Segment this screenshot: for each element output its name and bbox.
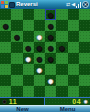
board: ●●●●●●●●●●●●●●● xyxy=(0,9,90,97)
volume-icon: ◀ xyxy=(71,0,75,9)
board-cell-d3[interactable]: ● xyxy=(34,31,45,42)
app-icon xyxy=(9,2,15,8)
board-cell-a6[interactable] xyxy=(0,64,11,75)
connectivity-icon: ⇄ xyxy=(66,0,70,9)
board-cell-c7[interactable] xyxy=(23,75,34,86)
softkey-bar: New Menu xyxy=(0,105,90,112)
board-cell-b2[interactable] xyxy=(11,20,22,31)
board-cell-e5[interactable]: ● xyxy=(45,53,56,64)
disc-black: ● xyxy=(36,42,43,53)
board-cell-h7[interactable] xyxy=(79,75,90,86)
board-cell-a7[interactable] xyxy=(0,75,11,86)
board-cell-e7[interactable]: ● xyxy=(45,75,56,86)
board-cell-h6[interactable] xyxy=(79,64,90,75)
board-cell-d1[interactable] xyxy=(34,9,45,20)
signal-icon xyxy=(76,2,81,8)
board-cell-d8[interactable] xyxy=(34,86,45,97)
board-cell-h8[interactable] xyxy=(79,86,90,97)
board-cell-g4[interactable] xyxy=(68,42,79,53)
disc-black: ● xyxy=(58,42,65,53)
disc-white: ● xyxy=(36,31,43,42)
softkey-menu[interactable]: Menu xyxy=(45,106,90,112)
board-cell-d7[interactable] xyxy=(34,75,45,86)
start-flag-icon[interactable] xyxy=(1,1,8,8)
board-cell-g5[interactable] xyxy=(68,53,79,64)
board-cell-b5[interactable] xyxy=(11,53,22,64)
board-cell-f2[interactable] xyxy=(56,20,67,31)
score-bar: ● 11 04 ● xyxy=(0,97,90,105)
board-cell-b4[interactable] xyxy=(11,42,22,53)
disc-black: ● xyxy=(47,42,54,53)
board-cell-h1[interactable] xyxy=(79,9,90,20)
board-cell-f4[interactable]: ● xyxy=(56,42,67,53)
board-cell-a8[interactable] xyxy=(0,86,11,97)
disc-white: ● xyxy=(36,64,43,75)
board-cell-f1[interactable] xyxy=(56,9,67,20)
board-cell-h2[interactable] xyxy=(79,20,90,31)
board-cell-d4[interactable]: ● xyxy=(34,42,45,53)
disc-black: ● xyxy=(47,31,54,42)
board-cell-e8[interactable] xyxy=(45,86,56,97)
board-cell-f3[interactable] xyxy=(56,31,67,42)
board-cell-h4[interactable] xyxy=(79,42,90,53)
board-cell-a3[interactable] xyxy=(0,31,11,42)
board-cell-b8[interactable] xyxy=(11,86,22,97)
disc-black: ● xyxy=(13,31,20,42)
white-score: 04 xyxy=(72,98,81,105)
board-cell-b6[interactable] xyxy=(11,64,22,75)
reversi-app-window: Reversi ⇄ ◀ ✕ ●●●●●●●●●●●●●●● ● 11 04 ● … xyxy=(0,0,90,112)
board-cell-c1[interactable] xyxy=(23,9,34,20)
disc-black: ● xyxy=(47,9,54,20)
close-button[interactable]: ✕ xyxy=(82,1,89,8)
disc-black: ● xyxy=(36,53,43,64)
board-cell-h5[interactable] xyxy=(79,53,90,64)
black-score: 11 xyxy=(9,98,17,105)
disc-white: ● xyxy=(47,75,54,86)
softkey-new[interactable]: New xyxy=(0,106,45,112)
board-cell-f5[interactable] xyxy=(56,53,67,64)
black-score-panel: ● 11 xyxy=(0,98,45,105)
board-cell-g1[interactable] xyxy=(68,9,79,20)
board-cell-c2[interactable] xyxy=(23,20,34,31)
board-cell-e2[interactable]: ● xyxy=(45,20,56,31)
board-cell-g2[interactable] xyxy=(68,20,79,31)
board-cell-c4[interactable]: ● xyxy=(23,42,34,53)
status-icons: ⇄ ◀ ✕ xyxy=(66,0,89,9)
board-cell-c3[interactable] xyxy=(23,31,34,42)
board-cell-g3[interactable] xyxy=(68,31,79,42)
board-cell-d5[interactable]: ● xyxy=(34,53,45,64)
board-cell-e6[interactable] xyxy=(45,64,56,75)
board-cell-c8[interactable] xyxy=(23,86,34,97)
board-cell-e1[interactable]: ● xyxy=(45,9,56,20)
board-cell-a4[interactable] xyxy=(0,42,11,53)
board-cell-c5[interactable]: ● xyxy=(23,53,34,64)
board-cell-g8[interactable] xyxy=(68,86,79,97)
board-cell-a1[interactable] xyxy=(0,9,11,20)
board-cell-d6[interactable]: ● xyxy=(34,64,45,75)
board-cell-b3[interactable]: ● xyxy=(11,31,22,42)
board-cell-b7[interactable] xyxy=(11,75,22,86)
board-cell-g6[interactable] xyxy=(68,64,79,75)
board-cell-f7[interactable] xyxy=(56,75,67,86)
title-bar: Reversi ⇄ ◀ ✕ xyxy=(0,0,90,9)
app-title: Reversi xyxy=(16,0,65,9)
disc-black: ● xyxy=(47,53,54,64)
board-cell-e4[interactable]: ● xyxy=(45,42,56,53)
board-cell-h3[interactable] xyxy=(79,31,90,42)
board-cell-a5[interactable] xyxy=(0,53,11,64)
board-cell-f6[interactable] xyxy=(56,64,67,75)
board-cell-d2[interactable] xyxy=(34,20,45,31)
disc-black: ● xyxy=(47,20,54,31)
board-cell-e3[interactable]: ● xyxy=(45,31,56,42)
board-cell-f8[interactable] xyxy=(56,86,67,97)
white-score-panel: 04 ● xyxy=(45,98,90,105)
black-disc-icon: ● xyxy=(2,98,7,105)
board-cell-g7[interactable] xyxy=(68,75,79,86)
white-disc-icon: ● xyxy=(83,98,88,105)
board-cell-a2[interactable]: ● xyxy=(0,20,11,31)
disc-black: ● xyxy=(2,20,9,31)
board-cell-b1[interactable] xyxy=(11,9,22,20)
disc-white: ● xyxy=(25,53,32,64)
disc-black: ● xyxy=(25,42,32,53)
board-cell-c6[interactable] xyxy=(23,64,34,75)
